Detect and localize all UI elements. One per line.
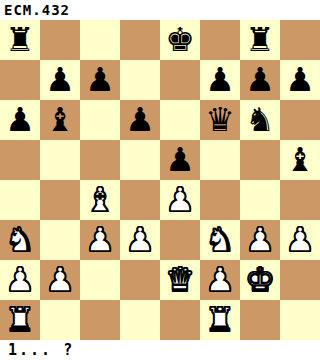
square-h3[interactable]: ♟	[280, 220, 320, 260]
square-b2[interactable]: ♟	[40, 260, 80, 300]
square-g8[interactable]: ♜	[240, 20, 280, 60]
piece-black-rook: ♜	[5, 20, 35, 60]
piece-white-pawn: ♟	[245, 220, 275, 260]
square-e5[interactable]: ♟	[160, 140, 200, 180]
square-a1[interactable]: ♜	[0, 300, 40, 340]
square-g2[interactable]: ♚	[240, 260, 280, 300]
move-prompt: 1... ?	[8, 340, 74, 360]
square-c2[interactable]	[80, 260, 120, 300]
square-a2[interactable]: ♟	[0, 260, 40, 300]
square-g6[interactable]: ♞	[240, 100, 280, 140]
square-d1[interactable]	[120, 300, 160, 340]
square-c6[interactable]	[80, 100, 120, 140]
square-h1[interactable]	[280, 300, 320, 340]
square-e2[interactable]: ♛	[160, 260, 200, 300]
square-b3[interactable]	[40, 220, 80, 260]
piece-white-pawn: ♟	[285, 220, 315, 260]
square-e7[interactable]	[160, 60, 200, 100]
square-h5[interactable]: ♝	[280, 140, 320, 180]
square-d2[interactable]	[120, 260, 160, 300]
piece-black-queen: ♛	[205, 100, 235, 140]
piece-black-pawn: ♟	[205, 60, 235, 100]
square-g5[interactable]	[240, 140, 280, 180]
piece-white-rook: ♜	[5, 300, 35, 340]
square-b8[interactable]	[40, 20, 80, 60]
square-f7[interactable]: ♟	[200, 60, 240, 100]
square-f8[interactable]	[200, 20, 240, 60]
square-c1[interactable]	[80, 300, 120, 340]
square-d7[interactable]	[120, 60, 160, 100]
square-f6[interactable]: ♛	[200, 100, 240, 140]
square-h2[interactable]	[280, 260, 320, 300]
piece-white-pawn: ♟	[205, 260, 235, 300]
title-bar: ECM.432	[0, 0, 320, 20]
square-f1[interactable]: ♜	[200, 300, 240, 340]
piece-black-pawn: ♟	[85, 60, 115, 100]
piece-white-knight: ♞	[5, 220, 35, 260]
square-f5[interactable]	[200, 140, 240, 180]
square-c8[interactable]	[80, 20, 120, 60]
square-d8[interactable]	[120, 20, 160, 60]
piece-black-rook: ♜	[245, 20, 275, 60]
piece-white-pawn: ♟	[125, 220, 155, 260]
square-g3[interactable]: ♟	[240, 220, 280, 260]
square-c4[interactable]: ♝	[80, 180, 120, 220]
square-a4[interactable]	[0, 180, 40, 220]
piece-white-pawn: ♟	[5, 260, 35, 300]
square-h6[interactable]	[280, 100, 320, 140]
piece-white-bishop: ♝	[85, 180, 115, 220]
square-a5[interactable]	[0, 140, 40, 180]
square-e1[interactable]	[160, 300, 200, 340]
chess-board: ♜♚♜♟♟♟♟♟♟♝♟♛♞♟♝♝♟♞♟♟♞♟♟♟♟♛♟♚♜♜	[0, 20, 320, 340]
piece-black-pawn: ♟	[5, 100, 35, 140]
square-h4[interactable]	[280, 180, 320, 220]
piece-white-king: ♚	[245, 260, 275, 300]
piece-black-pawn: ♟	[125, 100, 155, 140]
square-a3[interactable]: ♞	[0, 220, 40, 260]
square-g4[interactable]	[240, 180, 280, 220]
square-c3[interactable]: ♟	[80, 220, 120, 260]
square-c5[interactable]	[80, 140, 120, 180]
piece-black-pawn: ♟	[285, 60, 315, 100]
piece-white-knight: ♞	[205, 220, 235, 260]
square-d5[interactable]	[120, 140, 160, 180]
square-a8[interactable]: ♜	[0, 20, 40, 60]
square-a7[interactable]	[0, 60, 40, 100]
square-e8[interactable]: ♚	[160, 20, 200, 60]
square-b5[interactable]	[40, 140, 80, 180]
piece-white-rook: ♜	[205, 300, 235, 340]
piece-black-knight: ♞	[245, 100, 275, 140]
piece-white-pawn: ♟	[85, 220, 115, 260]
square-f4[interactable]	[200, 180, 240, 220]
piece-black-pawn: ♟	[45, 60, 75, 100]
square-f2[interactable]: ♟	[200, 260, 240, 300]
piece-black-king: ♚	[165, 20, 195, 60]
square-d6[interactable]: ♟	[120, 100, 160, 140]
piece-black-bishop: ♝	[285, 140, 315, 180]
piece-black-bishop: ♝	[45, 100, 75, 140]
square-b6[interactable]: ♝	[40, 100, 80, 140]
square-b7[interactable]: ♟	[40, 60, 80, 100]
square-h8[interactable]	[280, 20, 320, 60]
square-a6[interactable]: ♟	[0, 100, 40, 140]
piece-white-pawn: ♟	[45, 260, 75, 300]
square-h7[interactable]: ♟	[280, 60, 320, 100]
piece-black-pawn: ♟	[245, 60, 275, 100]
status-bar: 1... ?	[0, 340, 320, 360]
square-c7[interactable]: ♟	[80, 60, 120, 100]
piece-black-pawn: ♟	[165, 140, 195, 180]
square-g7[interactable]: ♟	[240, 60, 280, 100]
piece-white-queen: ♛	[165, 260, 195, 300]
square-g1[interactable]	[240, 300, 280, 340]
square-f3[interactable]: ♞	[200, 220, 240, 260]
square-e6[interactable]	[160, 100, 200, 140]
square-e4[interactable]: ♟	[160, 180, 200, 220]
piece-white-pawn: ♟	[165, 180, 195, 220]
square-d3[interactable]: ♟	[120, 220, 160, 260]
square-d4[interactable]	[120, 180, 160, 220]
square-b4[interactable]	[40, 180, 80, 220]
puzzle-title: ECM.432	[4, 0, 70, 20]
square-b1[interactable]	[40, 300, 80, 340]
square-e3[interactable]	[160, 220, 200, 260]
